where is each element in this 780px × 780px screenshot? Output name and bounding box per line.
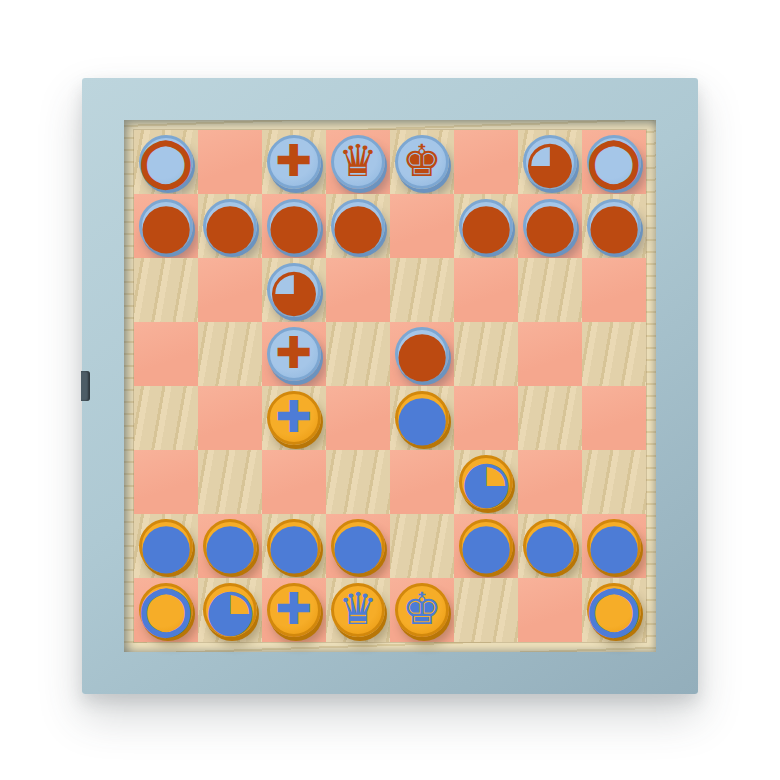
square-a4[interactable]	[134, 386, 198, 450]
square-d8[interactable]: ♛	[326, 130, 390, 194]
knight-symbol: ◕	[205, 580, 256, 638]
pawn-symbol: ●	[203, 194, 257, 256]
piece-white-rook[interactable]: ◯	[139, 583, 193, 637]
pawn-symbol: ●	[331, 514, 385, 576]
drawer-notch	[81, 371, 90, 401]
pawn-symbol: ●	[395, 322, 449, 384]
knight-symbol: ◕	[525, 132, 576, 190]
square-h8[interactable]: ◯	[582, 130, 646, 194]
square-b4[interactable]	[198, 386, 262, 450]
square-c1[interactable]: ✚	[262, 578, 326, 642]
square-b2[interactable]: ●	[198, 514, 262, 578]
square-b7[interactable]: ●	[198, 194, 262, 258]
square-d5[interactable]	[326, 322, 390, 386]
piece-black-knight[interactable]: ◕	[523, 135, 577, 189]
piece-white-bishop[interactable]: ✚	[267, 391, 321, 445]
square-g6[interactable]	[518, 258, 582, 322]
square-e4[interactable]: ●	[390, 386, 454, 450]
square-h1[interactable]: ◯	[582, 578, 646, 642]
square-d1[interactable]: ♛	[326, 578, 390, 642]
rook-symbol: ◯	[588, 586, 639, 632]
pawn-symbol: ●	[267, 514, 321, 576]
knight-symbol: ◕	[461, 452, 512, 510]
square-h7[interactable]: ●	[582, 194, 646, 258]
piece-white-knight[interactable]: ◕	[203, 583, 257, 637]
pawn-symbol: ●	[267, 194, 321, 256]
square-f7[interactable]: ●	[454, 194, 518, 258]
piece-black-pawn[interactable]: ●	[267, 199, 321, 253]
square-f1[interactable]	[454, 578, 518, 642]
square-f5[interactable]	[454, 322, 518, 386]
pawn-symbol: ●	[523, 514, 577, 576]
square-a5[interactable]	[134, 322, 198, 386]
square-g7[interactable]: ●	[518, 194, 582, 258]
piece-white-rook[interactable]: ◯	[587, 583, 641, 637]
piece-white-king[interactable]: ♚	[395, 583, 449, 637]
piece-white-pawn[interactable]: ●	[459, 519, 513, 573]
pawn-symbol: ●	[203, 514, 257, 576]
pawn-symbol: ●	[587, 514, 641, 576]
square-e5[interactable]: ●	[390, 322, 454, 386]
square-e1[interactable]: ♚	[390, 578, 454, 642]
square-d3[interactable]	[326, 450, 390, 514]
piece-black-rook[interactable]: ◯	[587, 135, 641, 189]
pawn-symbol: ●	[139, 194, 193, 256]
piece-white-bishop[interactable]: ✚	[267, 583, 321, 637]
square-d7[interactable]: ●	[326, 194, 390, 258]
plywood-tray: ◯✚♛♚◕◯●●●●●●●◕✚●✚●◕●●●●●●●◯◕✚♛♚◯	[124, 120, 656, 652]
piece-white-queen[interactable]: ♛	[331, 583, 385, 637]
square-a8[interactable]: ◯	[134, 130, 198, 194]
square-e3[interactable]	[390, 450, 454, 514]
square-h2[interactable]: ●	[582, 514, 646, 578]
piece-white-pawn[interactable]: ●	[395, 391, 449, 445]
square-b8[interactable]	[198, 130, 262, 194]
game-box-frame: ◯✚♛♚◕◯●●●●●●●◕✚●✚●◕●●●●●●●◯◕✚♛♚◯	[82, 78, 698, 694]
piece-black-knight[interactable]: ◕	[267, 263, 321, 317]
piece-black-bishop[interactable]: ✚	[267, 327, 321, 381]
piece-white-pawn[interactable]: ●	[267, 519, 321, 573]
piece-white-pawn[interactable]: ●	[331, 519, 385, 573]
board: ◯✚♛♚◕◯●●●●●●●◕✚●✚●◕●●●●●●●◯◕✚♛♚◯	[134, 130, 646, 642]
piece-black-rook[interactable]: ◯	[139, 135, 193, 189]
king-symbol: ♚	[402, 587, 441, 631]
piece-white-pawn[interactable]: ●	[139, 519, 193, 573]
square-b1[interactable]: ◕	[198, 578, 262, 642]
square-g2[interactable]: ●	[518, 514, 582, 578]
square-c8[interactable]: ✚	[262, 130, 326, 194]
pawn-symbol: ●	[523, 194, 577, 256]
square-d2[interactable]: ●	[326, 514, 390, 578]
square-c4[interactable]: ✚	[262, 386, 326, 450]
piece-black-bishop[interactable]: ✚	[267, 135, 321, 189]
piece-black-king[interactable]: ♚	[395, 135, 449, 189]
square-c2[interactable]: ●	[262, 514, 326, 578]
piece-black-queen[interactable]: ♛	[331, 135, 385, 189]
square-h4[interactable]	[582, 386, 646, 450]
queen-symbol: ♛	[338, 139, 377, 183]
pawn-symbol: ●	[139, 514, 193, 576]
piece-black-pawn[interactable]: ●	[587, 199, 641, 253]
piece-black-pawn[interactable]: ●	[139, 199, 193, 253]
square-a1[interactable]: ◯	[134, 578, 198, 642]
product-photo-scene: ◯✚♛♚◕◯●●●●●●●◕✚●✚●◕●●●●●●●◯◕✚♛♚◯	[0, 0, 780, 780]
piece-black-pawn[interactable]: ●	[459, 199, 513, 253]
square-f2[interactable]: ●	[454, 514, 518, 578]
piece-black-pawn[interactable]: ●	[203, 199, 257, 253]
piece-black-pawn[interactable]: ●	[395, 327, 449, 381]
rook-symbol: ◯	[588, 138, 639, 184]
square-h6[interactable]	[582, 258, 646, 322]
square-e6[interactable]	[390, 258, 454, 322]
square-a2[interactable]: ●	[134, 514, 198, 578]
square-g4[interactable]	[518, 386, 582, 450]
square-b3[interactable]	[198, 450, 262, 514]
square-d4[interactable]	[326, 386, 390, 450]
square-f3[interactable]: ◕	[454, 450, 518, 514]
square-c7[interactable]: ●	[262, 194, 326, 258]
pawn-symbol: ●	[459, 514, 513, 576]
piece-white-pawn[interactable]: ●	[523, 519, 577, 573]
square-e2[interactable]	[390, 514, 454, 578]
square-a7[interactable]: ●	[134, 194, 198, 258]
knight-symbol: ◕	[269, 260, 320, 318]
piece-black-pawn[interactable]: ●	[331, 199, 385, 253]
square-h5[interactable]	[582, 322, 646, 386]
square-a6[interactable]	[134, 258, 198, 322]
piece-white-pawn[interactable]: ●	[587, 519, 641, 573]
square-f4[interactable]	[454, 386, 518, 450]
square-g8[interactable]: ◕	[518, 130, 582, 194]
square-c6[interactable]: ◕	[262, 258, 326, 322]
square-f8[interactable]	[454, 130, 518, 194]
piece-white-pawn[interactable]: ●	[203, 519, 257, 573]
square-h3[interactable]	[582, 450, 646, 514]
rook-symbol: ◯	[140, 138, 191, 184]
square-f6[interactable]	[454, 258, 518, 322]
square-g1[interactable]	[518, 578, 582, 642]
rook-symbol: ◯	[140, 586, 191, 632]
square-d6[interactable]	[326, 258, 390, 322]
bishop-symbol: ✚	[276, 331, 313, 375]
king-symbol: ♚	[402, 139, 441, 183]
piece-white-knight[interactable]: ◕	[459, 455, 513, 509]
square-b5[interactable]	[198, 322, 262, 386]
pawn-symbol: ●	[331, 194, 385, 256]
pawn-symbol: ●	[395, 386, 449, 448]
square-b6[interactable]	[198, 258, 262, 322]
square-a3[interactable]	[134, 450, 198, 514]
queen-symbol: ♛	[338, 587, 377, 631]
square-e7[interactable]	[390, 194, 454, 258]
square-e8[interactable]: ♚	[390, 130, 454, 194]
bishop-symbol: ✚	[276, 139, 313, 183]
pawn-symbol: ●	[459, 194, 513, 256]
pawn-symbol: ●	[587, 194, 641, 256]
square-g3[interactable]	[518, 450, 582, 514]
square-g5[interactable]	[518, 322, 582, 386]
square-c3[interactable]	[262, 450, 326, 514]
square-c5[interactable]: ✚	[262, 322, 326, 386]
bishop-symbol: ✚	[276, 395, 313, 439]
piece-black-pawn[interactable]: ●	[523, 199, 577, 253]
bishop-symbol: ✚	[276, 587, 313, 631]
